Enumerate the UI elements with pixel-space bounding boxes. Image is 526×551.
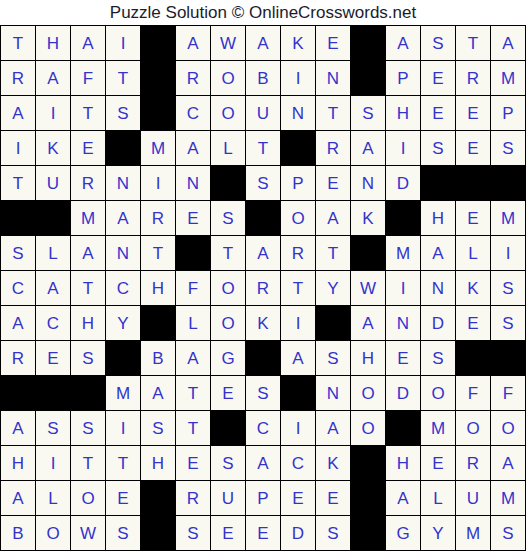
letter-cell-r15c12: G [386,516,420,550]
letter-cell-r6c5: R [141,201,175,235]
block-cell-r14c11 [351,481,385,515]
letter-cell-r5c4: N [106,166,140,200]
block-cell-r6c12 [386,201,420,235]
letter-cell-r2c2: A [36,61,70,95]
letter-cell-r15c2: O [36,516,70,550]
letter-cell-r10c10: S [316,341,350,375]
letter-cell-r11c11: O [351,376,385,410]
letter-cell-r8c2: A [36,271,70,305]
letter-cell-r3c2: I [36,96,70,130]
block-cell-r4c4 [106,131,140,165]
letter-cell-r7c4: N [106,236,140,270]
letter-cell-r7c1: S [1,236,35,270]
letter-cell-r13c12: H [386,446,420,480]
letter-cell-r1c12: A [386,26,420,60]
letter-cell-r1c14: T [456,26,490,60]
letter-cell-r2c1: R [1,61,35,95]
block-cell-r2c5 [141,61,175,95]
block-cell-r11c3 [71,376,105,410]
letter-cell-r3c13: E [421,96,455,130]
letter-cell-r11c4: M [106,376,140,410]
letter-cell-r2c8: B [246,61,280,95]
letter-cell-r15c1: B [1,516,35,550]
letter-cell-r13c3: T [71,446,105,480]
puzzle-solution-page: Puzzle Solution © OnlineCrosswords.net T… [0,0,526,551]
letter-cell-r8c5: H [141,271,175,305]
letter-cell-r1c1: T [1,26,35,60]
block-cell-r7c11 [351,236,385,270]
block-cell-r2c11 [351,61,385,95]
letter-cell-r9c13: D [421,306,455,340]
letter-cell-r4c6: A [176,131,210,165]
letter-cell-r15c15: S [491,516,525,550]
block-cell-r13c11 [351,446,385,480]
letter-cell-r14c9: E [281,481,315,515]
letter-cell-r12c4: I [106,411,140,445]
letter-cell-r8c1: C [1,271,35,305]
letter-cell-r2c4: T [106,61,140,95]
letter-cell-r13c1: H [1,446,35,480]
letter-cell-r11c10: N [316,376,350,410]
letter-cell-r9c9: I [281,306,315,340]
letter-cell-r5c8: S [246,166,280,200]
letter-cell-r14c15: M [491,481,525,515]
letter-cell-r15c13: Y [421,516,455,550]
letter-cell-r6c4: A [106,201,140,235]
letter-cell-r1c4: I [106,26,140,60]
letter-cell-r6c11: K [351,201,385,235]
letter-cell-r10c6: A [176,341,210,375]
letter-cell-r11c15: F [491,376,525,410]
block-cell-r1c5 [141,26,175,60]
letter-cell-r9c4: Y [106,306,140,340]
letter-cell-r4c13: S [421,131,455,165]
letter-cell-r7c12: M [386,236,420,270]
letter-cell-r8c3: T [71,271,105,305]
letter-cell-r3c14: E [456,96,490,130]
block-cell-r5c7 [211,166,245,200]
letter-cell-r12c15: O [491,411,525,445]
letter-cell-r8c11: W [351,271,385,305]
block-cell-r6c1 [1,201,35,235]
letter-cell-r6c9: O [281,201,315,235]
letter-cell-r1c3: A [71,26,105,60]
letter-cell-r11c12: D [386,376,420,410]
letter-cell-r8c13: N [421,271,455,305]
letter-cell-r15c14: M [456,516,490,550]
letter-cell-r3c9: N [281,96,315,130]
letter-cell-r11c8: S [246,376,280,410]
letter-cell-r5c9: P [281,166,315,200]
letter-cell-r4c3: E [71,131,105,165]
letter-cell-r8c9: T [281,271,315,305]
block-cell-r4c9 [281,131,315,165]
letter-cell-r7c2: L [36,236,70,270]
block-cell-r15c5 [141,516,175,550]
block-cell-r1c11 [351,26,385,60]
letter-cell-r14c1: A [1,481,35,515]
letter-cell-r1c8: A [246,26,280,60]
letter-cell-r7c14: L [456,236,490,270]
letter-cell-r13c5: H [141,446,175,480]
letter-cell-r2c3: F [71,61,105,95]
letter-cell-r14c7: U [211,481,245,515]
letter-cell-r13c8: A [246,446,280,480]
letter-cell-r14c12: A [386,481,420,515]
letter-cell-r13c2: I [36,446,70,480]
letter-cell-r15c4: S [106,516,140,550]
letter-cell-r6c6: E [176,201,210,235]
block-cell-r5c15 [491,166,525,200]
letter-cell-r3c7: O [211,96,245,130]
letter-cell-r7c9: R [281,236,315,270]
letter-cell-r12c5: S [141,411,175,445]
letter-cell-r12c2: S [36,411,70,445]
letter-cell-r13c6: E [176,446,210,480]
letter-cell-r10c2: E [36,341,70,375]
letter-cell-r9c1: A [1,306,35,340]
letter-cell-r9c2: C [36,306,70,340]
letter-cell-r13c9: C [281,446,315,480]
letter-cell-r9c3: H [71,306,105,340]
letter-cell-r4c8: T [246,131,280,165]
letter-cell-r1c15: A [491,26,525,60]
letter-cell-r3c11: S [351,96,385,130]
block-cell-r12c12 [386,411,420,445]
letter-cell-r3c12: H [386,96,420,130]
letter-cell-r6c7: S [211,201,245,235]
letter-cell-r5c11: N [351,166,385,200]
letter-cell-r10c1: R [1,341,35,375]
letter-cell-r2c14: R [456,61,490,95]
letter-cell-r9c11: A [351,306,385,340]
letter-cell-r6c15: M [491,201,525,235]
letter-cell-r15c10: S [316,516,350,550]
letter-cell-r15c8: E [246,516,280,550]
letter-cell-r12c11: O [351,411,385,445]
letter-cell-r10c9: A [281,341,315,375]
letter-cell-r14c8: P [246,481,280,515]
letter-cell-r11c5: A [141,376,175,410]
letter-cell-r4c1: I [1,131,35,165]
block-cell-r9c5 [141,306,175,340]
letter-cell-r10c5: B [141,341,175,375]
letter-cell-r9c15: S [491,306,525,340]
letter-cell-r5c3: R [71,166,105,200]
letter-cell-r12c3: S [71,411,105,445]
letter-cell-r5c10: E [316,166,350,200]
letter-cell-r13c14: R [456,446,490,480]
letter-cell-r11c7: E [211,376,245,410]
block-cell-r12c7 [211,411,245,445]
letter-cell-r1c9: K [281,26,315,60]
letter-cell-r11c14: F [456,376,490,410]
letter-cell-r3c6: C [176,96,210,130]
letter-cell-r2c15: M [491,61,525,95]
letter-cell-r6c14: E [456,201,490,235]
letter-cell-r15c6: S [176,516,210,550]
letter-cell-r1c6: A [176,26,210,60]
letter-cell-r12c6: T [176,411,210,445]
letter-cell-r11c13: O [421,376,455,410]
letter-cell-r8c4: C [106,271,140,305]
letter-cell-r1c2: H [36,26,70,60]
letter-cell-r7c8: A [246,236,280,270]
letter-cell-r4c10: R [316,131,350,165]
crossword-board: THAIAWAKEASTARAFTROBINPERMAITSCOUNTSHEEP… [0,25,526,551]
letter-cell-r1c13: S [421,26,455,60]
block-cell-r14c5 [141,481,175,515]
letter-cell-r13c10: K [316,446,350,480]
letter-cell-r13c15: A [491,446,525,480]
letter-cell-r8c6: F [176,271,210,305]
page-title: Puzzle Solution © OnlineCrosswords.net [110,3,416,23]
block-cell-r6c8 [246,201,280,235]
letter-cell-r8c7: O [211,271,245,305]
block-cell-r11c1 [1,376,35,410]
letter-cell-r7c15: I [491,236,525,270]
letter-cell-r7c3: A [71,236,105,270]
letter-cell-r2c7: O [211,61,245,95]
letter-cell-r2c12: P [386,61,420,95]
block-cell-r15c11 [351,516,385,550]
letter-cell-r10c7: G [211,341,245,375]
letter-cell-r7c13: A [421,236,455,270]
letter-cell-r3c1: A [1,96,35,130]
letter-cell-r7c10: T [316,236,350,270]
letter-cell-r8c10: Y [316,271,350,305]
letter-cell-r5c2: U [36,166,70,200]
block-cell-r11c9 [281,376,315,410]
letter-cell-r5c1: T [1,166,35,200]
block-cell-r10c14 [456,341,490,375]
block-cell-r10c15 [491,341,525,375]
letter-cell-r12c1: A [1,411,35,445]
letter-cell-r4c12: I [386,131,420,165]
letter-cell-r10c12: E [386,341,420,375]
letter-cell-r12c10: A [316,411,350,445]
letter-cell-r14c2: L [36,481,70,515]
letter-cell-r4c15: S [491,131,525,165]
letter-cell-r14c10: E [316,481,350,515]
letter-cell-r3c10: T [316,96,350,130]
letter-cell-r15c3: W [71,516,105,550]
block-cell-r9c10 [316,306,350,340]
letter-cell-r6c3: M [71,201,105,235]
letter-cell-r13c4: T [106,446,140,480]
letter-cell-r4c5: M [141,131,175,165]
letter-cell-r10c3: S [71,341,105,375]
letter-cell-r8c14: K [456,271,490,305]
letter-cell-r7c7: T [211,236,245,270]
letter-cell-r7c5: T [141,236,175,270]
letter-cell-r14c14: U [456,481,490,515]
letter-cell-r10c11: H [351,341,385,375]
block-cell-r11c2 [36,376,70,410]
letter-cell-r4c7: L [211,131,245,165]
letter-cell-r6c13: H [421,201,455,235]
letter-cell-r3c4: S [106,96,140,130]
letter-cell-r14c13: L [421,481,455,515]
letter-cell-r3c3: T [71,96,105,130]
letter-cell-r4c2: K [36,131,70,165]
letter-cell-r13c13: E [421,446,455,480]
letter-cell-r9c6: L [176,306,210,340]
letter-cell-r9c12: N [386,306,420,340]
letter-cell-r2c9: I [281,61,315,95]
letter-cell-r15c7: E [211,516,245,550]
letter-cell-r10c13: S [421,341,455,375]
block-cell-r7c6 [176,236,210,270]
block-cell-r6c2 [36,201,70,235]
letter-cell-r9c7: O [211,306,245,340]
letter-cell-r14c4: E [106,481,140,515]
letter-cell-r5c5: I [141,166,175,200]
letter-cell-r6c10: A [316,201,350,235]
letter-cell-r1c10: E [316,26,350,60]
letter-cell-r12c14: O [456,411,490,445]
letter-cell-r9c14: E [456,306,490,340]
letter-cell-r11c6: T [176,376,210,410]
block-cell-r5c13 [421,166,455,200]
block-cell-r3c5 [141,96,175,130]
letter-cell-r2c13: E [421,61,455,95]
letter-cell-r9c8: K [246,306,280,340]
letter-cell-r12c8: C [246,411,280,445]
letter-cell-r1c7: W [211,26,245,60]
block-cell-r10c4 [106,341,140,375]
letter-cell-r5c12: D [386,166,420,200]
letter-cell-r2c6: R [176,61,210,95]
block-cell-r10c8 [246,341,280,375]
letter-cell-r12c9: I [281,411,315,445]
letter-cell-r3c15: P [491,96,525,130]
letter-cell-r15c9: D [281,516,315,550]
title-bar: Puzzle Solution © OnlineCrosswords.net [0,0,526,25]
letter-cell-r3c8: U [246,96,280,130]
letter-cell-r14c6: R [176,481,210,515]
letter-cell-r5c6: N [176,166,210,200]
letter-cell-r4c11: A [351,131,385,165]
letter-cell-r4c14: E [456,131,490,165]
letter-cell-r12c13: M [421,411,455,445]
letter-cell-r2c10: N [316,61,350,95]
letter-cell-r13c7: S [211,446,245,480]
letter-cell-r8c15: S [491,271,525,305]
letter-cell-r8c12: I [386,271,420,305]
letter-cell-r8c8: R [246,271,280,305]
block-cell-r5c14 [456,166,490,200]
letter-cell-r14c3: O [71,481,105,515]
